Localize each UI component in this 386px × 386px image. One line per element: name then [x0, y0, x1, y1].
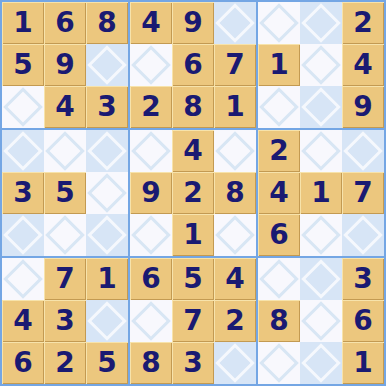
cell-r5c5: 2 [172, 172, 214, 214]
cell-r1c3: 8 [86, 2, 128, 44]
diamond-icon [215, 343, 255, 383]
diamond-icon [301, 3, 341, 43]
given-digit: 6 [353, 300, 372, 342]
cell-r8c3[interactable] [86, 300, 128, 342]
given-digit: 3 [55, 300, 74, 342]
diamond-icon [301, 343, 341, 383]
given-digit: 8 [225, 172, 244, 214]
cell-r2c9: 4 [342, 44, 384, 86]
sudoku-board: 1685943496728121493549281241767143625654… [0, 0, 386, 386]
cell-r7c5: 5 [172, 258, 214, 300]
sudoku-box-6: 24176 [258, 130, 384, 256]
sudoku-box-1: 1685943 [2, 2, 128, 128]
given-digit: 4 [13, 300, 32, 342]
given-digit: 8 [97, 2, 116, 44]
cell-r9c4: 8 [130, 342, 172, 384]
cell-r9c5: 3 [172, 342, 214, 384]
diamond-icon [215, 131, 255, 171]
diamond-icon [301, 301, 341, 341]
diamond-icon [87, 131, 127, 171]
sudoku-box-5: 49281 [130, 130, 256, 256]
given-digit: 4 [269, 172, 288, 214]
diamond-icon [87, 45, 127, 85]
cell-r3c9: 9 [342, 86, 384, 128]
given-digit: 7 [353, 172, 372, 214]
diamond-icon [45, 131, 85, 171]
given-digit: 8 [183, 86, 202, 128]
given-digit: 7 [183, 300, 202, 342]
cell-r3c7[interactable] [258, 86, 300, 128]
cell-r1c8[interactable] [300, 2, 342, 44]
cell-r1c4: 4 [130, 2, 172, 44]
cell-r4c2[interactable] [44, 130, 86, 172]
cell-r2c6: 7 [214, 44, 256, 86]
cell-r7c2: 7 [44, 258, 86, 300]
cell-r7c7[interactable] [258, 258, 300, 300]
cell-r5c1: 3 [2, 172, 44, 214]
given-digit: 6 [55, 2, 74, 44]
cell-r5c4: 9 [130, 172, 172, 214]
cell-r1c1: 1 [2, 2, 44, 44]
diamond-icon [131, 301, 171, 341]
cell-r5c8: 1 [300, 172, 342, 214]
diamond-icon [301, 45, 341, 85]
given-digit: 6 [269, 214, 288, 256]
cell-r7c8[interactable] [300, 258, 342, 300]
cell-r3c4: 2 [130, 86, 172, 128]
cell-r1c5: 9 [172, 2, 214, 44]
cell-r9c9: 1 [342, 342, 384, 384]
cell-r5c7: 4 [258, 172, 300, 214]
given-digit: 8 [141, 342, 160, 384]
cell-r3c1[interactable] [2, 86, 44, 128]
diamond-icon [131, 215, 171, 255]
given-digit: 5 [55, 172, 74, 214]
given-digit: 9 [353, 86, 372, 128]
given-digit: 9 [183, 2, 202, 44]
cell-r4c9[interactable] [342, 130, 384, 172]
given-digit: 3 [97, 86, 116, 128]
cell-r8c4[interactable] [130, 300, 172, 342]
given-digit: 9 [55, 44, 74, 86]
cell-r2c7: 1 [258, 44, 300, 86]
cell-r8c6: 2 [214, 300, 256, 342]
sudoku-box-7: 7143625 [2, 258, 128, 384]
cell-r3c6: 1 [214, 86, 256, 128]
cell-r5c9: 7 [342, 172, 384, 214]
cell-r8c1: 4 [2, 300, 44, 342]
cell-r6c3[interactable] [86, 214, 128, 256]
cell-r3c2: 4 [44, 86, 86, 128]
given-digit: 2 [55, 342, 74, 384]
given-digit: 1 [13, 2, 32, 44]
cell-r7c6: 4 [214, 258, 256, 300]
given-digit: 3 [13, 172, 32, 214]
cell-r5c6: 8 [214, 172, 256, 214]
cell-r4c3[interactable] [86, 130, 128, 172]
diamond-icon [87, 301, 127, 341]
diamond-icon [343, 215, 383, 255]
given-digit: 3 [353, 258, 372, 300]
cell-r4c6[interactable] [214, 130, 256, 172]
given-digit: 4 [183, 130, 202, 172]
given-digit: 4 [141, 2, 160, 44]
given-digit: 1 [225, 86, 244, 128]
diamond-icon [131, 45, 171, 85]
given-digit: 5 [183, 258, 202, 300]
diamond-icon [215, 215, 255, 255]
diamond-icon [259, 259, 299, 299]
sudoku-box-8: 6547283 [130, 258, 256, 384]
given-digit: 9 [141, 172, 160, 214]
cell-r6c8[interactable] [300, 214, 342, 256]
diamond-icon [301, 215, 341, 255]
cell-r1c9: 2 [342, 2, 384, 44]
given-digit: 5 [13, 44, 32, 86]
given-digit: 1 [183, 214, 202, 256]
diamond-icon [45, 215, 85, 255]
given-digit: 5 [97, 342, 116, 384]
cell-r9c3: 5 [86, 342, 128, 384]
given-digit: 2 [183, 172, 202, 214]
given-digit: 6 [13, 342, 32, 384]
sudoku-box-2: 4967281 [130, 2, 256, 128]
cell-r8c7: 8 [258, 300, 300, 342]
diamond-icon [131, 131, 171, 171]
cell-r4c4[interactable] [130, 130, 172, 172]
diamond-icon [259, 87, 299, 127]
sudoku-box-9: 3861 [258, 258, 384, 384]
given-digit: 3 [183, 342, 202, 384]
cell-r9c8[interactable] [300, 342, 342, 384]
diamond-icon [3, 131, 43, 171]
given-digit: 4 [353, 44, 372, 86]
cell-r5c2: 5 [44, 172, 86, 214]
cell-r9c1: 6 [2, 342, 44, 384]
cell-r7c1[interactable] [2, 258, 44, 300]
given-digit: 2 [141, 86, 160, 128]
diamond-icon [301, 259, 341, 299]
diamond-icon [3, 87, 43, 127]
given-digit: 2 [225, 300, 244, 342]
cell-r2c4[interactable] [130, 44, 172, 86]
sudoku-box-3: 2149 [258, 2, 384, 128]
cell-r9c7[interactable] [258, 342, 300, 384]
cell-r8c9: 6 [342, 300, 384, 342]
given-digit: 6 [183, 44, 202, 86]
given-digit: 1 [269, 44, 288, 86]
cell-r6c7: 6 [258, 214, 300, 256]
given-digit: 2 [353, 2, 372, 44]
diamond-icon [87, 215, 127, 255]
cell-r4c5: 4 [172, 130, 214, 172]
cell-r6c5: 1 [172, 214, 214, 256]
diamond-icon [3, 259, 43, 299]
given-digit: 4 [225, 258, 244, 300]
given-digit: 1 [311, 172, 330, 214]
cell-r3c3: 3 [86, 86, 128, 128]
cell-r6c6[interactable] [214, 214, 256, 256]
cell-r2c8[interactable] [300, 44, 342, 86]
cell-r3c5: 8 [172, 86, 214, 128]
cell-r6c9[interactable] [342, 214, 384, 256]
cell-r8c5: 7 [172, 300, 214, 342]
cell-r1c6[interactable] [214, 2, 256, 44]
cell-r2c5: 6 [172, 44, 214, 86]
given-digit: 7 [225, 44, 244, 86]
diamond-icon [301, 87, 341, 127]
given-digit: 1 [97, 258, 116, 300]
cell-r2c2: 9 [44, 44, 86, 86]
diamond-icon [343, 131, 383, 171]
diamond-icon [259, 343, 299, 383]
cell-r7c3: 1 [86, 258, 128, 300]
cell-r4c8[interactable] [300, 130, 342, 172]
given-digit: 8 [269, 300, 288, 342]
given-digit: 6 [141, 258, 160, 300]
cell-r5c3[interactable] [86, 172, 128, 214]
cell-r9c6[interactable] [214, 342, 256, 384]
cell-r2c3[interactable] [86, 44, 128, 86]
diamond-icon [87, 173, 127, 213]
diamond-icon [259, 3, 299, 43]
given-digit: 1 [353, 342, 372, 384]
sudoku-box-4: 35 [2, 130, 128, 256]
diamond-icon [301, 131, 341, 171]
cell-r6c4[interactable] [130, 214, 172, 256]
cell-r6c2[interactable] [44, 214, 86, 256]
cell-r7c9: 3 [342, 258, 384, 300]
cell-r1c7[interactable] [258, 2, 300, 44]
given-digit: 4 [55, 86, 74, 128]
cell-r7c4: 6 [130, 258, 172, 300]
diamond-icon [3, 215, 43, 255]
cell-r9c2: 2 [44, 342, 86, 384]
cell-r2c1: 5 [2, 44, 44, 86]
cell-r8c2: 3 [44, 300, 86, 342]
cell-r4c1[interactable] [2, 130, 44, 172]
cell-r4c7: 2 [258, 130, 300, 172]
given-digit: 7 [55, 258, 74, 300]
diamond-icon [215, 3, 255, 43]
cell-r8c8[interactable] [300, 300, 342, 342]
cell-r1c2: 6 [44, 2, 86, 44]
cell-r3c8[interactable] [300, 86, 342, 128]
given-digit: 2 [269, 130, 288, 172]
cell-r6c1[interactable] [2, 214, 44, 256]
